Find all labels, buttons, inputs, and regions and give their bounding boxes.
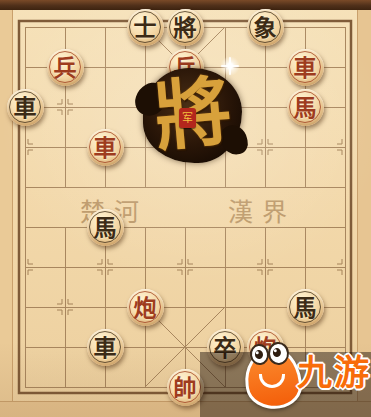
piece-character: 車 xyxy=(294,56,317,79)
piece-character: 兵 xyxy=(174,56,197,79)
piece-red-pawn[interactable]: 兵 xyxy=(167,49,204,86)
piece-character: 馬 xyxy=(294,296,317,319)
piece-black-chariot[interactable]: 車 xyxy=(7,89,44,126)
piece-black-horse[interactable]: 馬 xyxy=(87,209,124,246)
piece-black-general[interactable]: 將 xyxy=(167,9,204,46)
piece-red-chariot[interactable]: 車 xyxy=(287,49,324,86)
piece-character: 兵 xyxy=(54,56,77,79)
piece-black-elephant[interactable]: 象 xyxy=(247,9,284,46)
piece-character: 士 xyxy=(134,16,157,39)
piece-character: 帥 xyxy=(174,376,197,399)
piece-character: 馬 xyxy=(294,96,317,119)
piece-character: 車 xyxy=(14,96,37,119)
piece-black-chariot[interactable]: 車 xyxy=(87,329,124,366)
game-screen: 楚河 漢界 士將象兵兵車車馬車馬炮馬車卒炮帥 將 军 九游 xyxy=(0,0,371,417)
piece-red-cannon[interactable]: 炮 xyxy=(127,289,164,326)
piece-character: 將 xyxy=(174,16,197,39)
piece-red-horse[interactable]: 馬 xyxy=(287,89,324,126)
piece-black-advisor[interactable]: 士 xyxy=(127,9,164,46)
piece-character: 炮 xyxy=(134,296,157,319)
piece-character: 象 xyxy=(254,16,277,39)
piece-black-horse[interactable]: 馬 xyxy=(287,289,324,326)
piece-red-general[interactable]: 帥 xyxy=(167,369,204,406)
piece-red-pawn[interactable]: 兵 xyxy=(47,49,84,86)
pieces-layer: 士將象兵兵車車馬車馬炮馬車卒炮帥 xyxy=(5,7,365,407)
piece-character: 車 xyxy=(94,336,117,359)
piece-red-chariot[interactable]: 車 xyxy=(87,129,124,166)
piece-character: 車 xyxy=(94,136,117,159)
watermark-brand: 九游 xyxy=(297,354,371,393)
piece-character: 馬 xyxy=(94,216,117,239)
